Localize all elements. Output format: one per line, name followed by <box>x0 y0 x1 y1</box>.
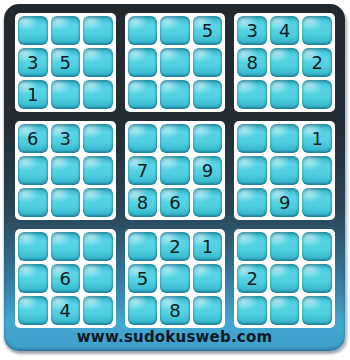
cell-r7c2[interactable] <box>51 232 81 261</box>
cell-r4c7[interactable] <box>237 124 267 153</box>
cell-r1c5[interactable] <box>160 16 190 45</box>
cell-r9c6[interactable] <box>193 296 223 325</box>
cell-r1c6[interactable]: 5 <box>193 16 223 45</box>
box-bottom-left: 64 <box>15 229 116 328</box>
box-middle-middle: 7986 <box>125 121 226 220</box>
cell-r9c2[interactable]: 4 <box>51 296 81 325</box>
cell-r8c6[interactable] <box>193 264 223 293</box>
cell-r5c2[interactable] <box>51 156 81 185</box>
cell-r6c7[interactable] <box>237 188 267 217</box>
cell-r8c8[interactable] <box>270 264 300 293</box>
cell-r5c5[interactable] <box>160 156 190 185</box>
cell-r4c1[interactable]: 6 <box>18 124 48 153</box>
cell-r4c6[interactable] <box>193 124 223 153</box>
cell-r7c4[interactable] <box>128 232 158 261</box>
cell-r2c2[interactable]: 5 <box>51 48 81 77</box>
cell-r5c7[interactable] <box>237 156 267 185</box>
cell-r9c7[interactable] <box>237 296 267 325</box>
cell-r2c9[interactable]: 2 <box>302 48 332 77</box>
box-middle-right: 19 <box>234 121 335 220</box>
cell-r7c6[interactable]: 1 <box>193 232 223 261</box>
cell-r2c4[interactable] <box>128 48 158 77</box>
cell-r7c5[interactable]: 2 <box>160 232 190 261</box>
cell-r3c3[interactable] <box>83 80 113 109</box>
cell-r6c1[interactable] <box>18 188 48 217</box>
box-bottom-middle: 2158 <box>125 229 226 328</box>
cell-r4c5[interactable] <box>160 124 190 153</box>
box-top-left: 351 <box>15 13 116 112</box>
cell-r3c8[interactable] <box>270 80 300 109</box>
cell-r5c3[interactable] <box>83 156 113 185</box>
cell-r9c5[interactable]: 8 <box>160 296 190 325</box>
cell-r7c7[interactable] <box>237 232 267 261</box>
cell-r1c3[interactable] <box>83 16 113 45</box>
cell-r4c2[interactable]: 3 <box>51 124 81 153</box>
cell-r4c3[interactable] <box>83 124 113 153</box>
cell-r5c6[interactable]: 9 <box>193 156 223 185</box>
cell-r8c9[interactable] <box>302 264 332 293</box>
cell-r1c7[interactable]: 3 <box>237 16 267 45</box>
cell-r2c1[interactable]: 3 <box>18 48 48 77</box>
cell-r5c8[interactable] <box>270 156 300 185</box>
cell-r7c9[interactable] <box>302 232 332 261</box>
cell-r8c5[interactable] <box>160 264 190 293</box>
cell-r2c5[interactable] <box>160 48 190 77</box>
sudoku-puzzle-image: 351 5 3482 63 7986 19 64 2158 2 www.sudo… <box>0 0 350 360</box>
box-middle-left: 63 <box>15 121 116 220</box>
site-url[interactable]: www.sudokusweb.com <box>4 328 345 346</box>
cell-r9c4[interactable] <box>128 296 158 325</box>
cell-r4c4[interactable] <box>128 124 158 153</box>
cell-r1c2[interactable] <box>51 16 81 45</box>
cell-r2c3[interactable] <box>83 48 113 77</box>
cell-r8c3[interactable] <box>83 264 113 293</box>
cell-r4c9[interactable]: 1 <box>302 124 332 153</box>
cell-r3c5[interactable] <box>160 80 190 109</box>
cell-r3c7[interactable] <box>237 80 267 109</box>
cell-r7c8[interactable] <box>270 232 300 261</box>
cell-r6c5[interactable]: 6 <box>160 188 190 217</box>
cell-r2c8[interactable] <box>270 48 300 77</box>
box-top-middle: 5 <box>125 13 226 112</box>
cell-r1c9[interactable] <box>302 16 332 45</box>
cell-r7c1[interactable] <box>18 232 48 261</box>
cell-r8c4[interactable]: 5 <box>128 264 158 293</box>
cell-r8c7[interactable]: 2 <box>237 264 267 293</box>
cell-r7c3[interactable] <box>83 232 113 261</box>
cell-r6c4[interactable]: 8 <box>128 188 158 217</box>
box-top-right: 3482 <box>234 13 335 112</box>
cell-r9c9[interactable] <box>302 296 332 325</box>
cell-r8c1[interactable] <box>18 264 48 293</box>
cell-r3c1[interactable]: 1 <box>18 80 48 109</box>
cell-r4c8[interactable] <box>270 124 300 153</box>
cell-r3c6[interactable] <box>193 80 223 109</box>
cell-r6c6[interactable] <box>193 188 223 217</box>
cell-r9c8[interactable] <box>270 296 300 325</box>
cell-r6c9[interactable] <box>302 188 332 217</box>
cell-r2c7[interactable]: 8 <box>237 48 267 77</box>
cell-r6c2[interactable] <box>51 188 81 217</box>
cell-r6c8[interactable]: 9 <box>270 188 300 217</box>
sudoku-board: 351 5 3482 63 7986 19 64 2158 2 <box>15 13 335 328</box>
cell-r6c3[interactable] <box>83 188 113 217</box>
cell-r1c1[interactable] <box>18 16 48 45</box>
cell-r8c2[interactable]: 6 <box>51 264 81 293</box>
cell-r5c4[interactable]: 7 <box>128 156 158 185</box>
cell-r3c2[interactable] <box>51 80 81 109</box>
cell-r5c1[interactable] <box>18 156 48 185</box>
cell-r1c4[interactable] <box>128 16 158 45</box>
board-frame: 351 5 3482 63 7986 19 64 2158 2 www.sudo… <box>4 4 345 351</box>
box-bottom-right: 2 <box>234 229 335 328</box>
cell-r9c1[interactable] <box>18 296 48 325</box>
cell-r1c8[interactable]: 4 <box>270 16 300 45</box>
cell-r9c3[interactable] <box>83 296 113 325</box>
cell-r3c9[interactable] <box>302 80 332 109</box>
cell-r2c6[interactable] <box>193 48 223 77</box>
cell-r3c4[interactable] <box>128 80 158 109</box>
cell-r5c9[interactable] <box>302 156 332 185</box>
